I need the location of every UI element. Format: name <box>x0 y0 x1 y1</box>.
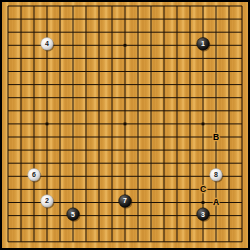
point-label-A: A <box>213 197 219 207</box>
stone-7-black: 7 <box>119 195 133 209</box>
stone-6-white: 6 <box>28 169 42 183</box>
move-number: 8 <box>214 171 218 178</box>
star-point <box>124 44 127 47</box>
stone-8-white: 8 <box>210 169 224 183</box>
move-number: 3 <box>201 211 205 218</box>
go-board[interactable]: ABC12345678 <box>2 2 248 248</box>
move-number: 6 <box>32 171 36 178</box>
move-number: 5 <box>71 211 75 218</box>
stone-3-black: 3 <box>197 208 211 222</box>
star-point <box>46 123 49 126</box>
move-number: 4 <box>45 40 49 47</box>
stone-5-black: 5 <box>67 208 81 222</box>
stone-1-black: 1 <box>197 38 211 52</box>
stone-4-white: 4 <box>41 38 55 52</box>
star-point <box>202 123 205 126</box>
point-label-C: C <box>200 184 206 194</box>
stone-2-white: 2 <box>41 195 55 209</box>
move-number: 7 <box>123 197 127 204</box>
star-point <box>202 201 205 204</box>
go-board-diagram: ABC12345678 <box>0 0 250 250</box>
star-point <box>124 123 127 126</box>
point-label-B: B <box>213 132 219 142</box>
move-number: 2 <box>45 197 49 204</box>
move-number: 1 <box>201 40 205 47</box>
